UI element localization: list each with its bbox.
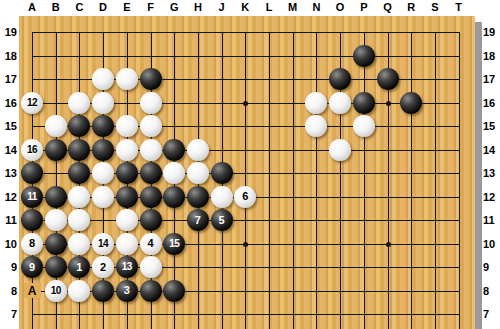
move-number: 4 <box>147 238 153 249</box>
col-label-C: C <box>69 2 89 13</box>
stone-white-C8[interactable] <box>68 280 90 302</box>
row-label-right-19: 19 <box>483 27 500 38</box>
stone-black-J13[interactable] <box>211 162 233 184</box>
stone-black-Q17[interactable] <box>377 68 399 90</box>
row-label-left-7: 7 <box>0 309 17 320</box>
grid-line-col-R <box>411 32 412 329</box>
stone-black-C13[interactable] <box>68 162 90 184</box>
go-kifu-diagram: ABCDEFGHJKLMNOPQRST 19181716151413121110… <box>0 0 500 329</box>
stone-white-D12[interactable] <box>92 186 114 208</box>
stone-white-N15[interactable] <box>305 115 327 137</box>
row-label-left-15: 15 <box>0 121 17 132</box>
grid-line-col-T <box>459 32 460 329</box>
stone-black-P18[interactable] <box>353 45 375 67</box>
stone-white-A16[interactable]: 12 <box>21 92 43 114</box>
move-number: 16 <box>27 145 37 155</box>
grid-line-row-7 <box>32 314 460 315</box>
stone-white-D16[interactable] <box>92 92 114 114</box>
col-label-P: P <box>354 2 374 13</box>
stone-black-E9[interactable]: 13 <box>116 256 138 278</box>
row-label-left-10: 10 <box>0 239 17 250</box>
col-label-D: D <box>93 2 113 13</box>
grid-line-col-L <box>269 32 270 329</box>
stone-black-C15[interactable] <box>68 115 90 137</box>
stone-black-C9[interactable]: 1 <box>68 256 90 278</box>
stone-black-G12[interactable] <box>163 186 185 208</box>
stone-white-E11[interactable] <box>116 209 138 231</box>
move-number: 7 <box>195 215 201 226</box>
stone-white-D13[interactable] <box>92 162 114 184</box>
stone-black-B9[interactable] <box>45 256 67 278</box>
stone-black-G8[interactable] <box>163 280 185 302</box>
row-label-right-14: 14 <box>483 145 500 156</box>
move-number: 3 <box>124 285 130 296</box>
move-number: 9 <box>29 262 35 273</box>
stone-black-A9[interactable]: 9 <box>21 256 43 278</box>
row-label-left-18: 18 <box>0 51 17 62</box>
goban[interactable]: 12161167581441591213103 A <box>19 16 475 329</box>
stone-white-F16[interactable] <box>140 92 162 114</box>
col-label-O: O <box>330 2 350 13</box>
row-label-left-8: 8 <box>0 286 17 297</box>
stone-black-B10[interactable] <box>45 233 67 255</box>
stone-white-A14[interactable]: 16 <box>21 139 43 161</box>
stone-black-O17[interactable] <box>329 68 351 90</box>
col-label-A: A <box>22 2 42 13</box>
grid-line-col-S <box>435 32 436 329</box>
move-number: 5 <box>219 215 225 226</box>
row-label-left-19: 19 <box>0 27 17 38</box>
row-label-left-13: 13 <box>0 168 17 179</box>
stone-black-P16[interactable] <box>353 92 375 114</box>
stone-black-F17[interactable] <box>140 68 162 90</box>
stone-white-H14[interactable] <box>187 139 209 161</box>
stone-white-K12[interactable]: 6 <box>234 186 256 208</box>
row-label-right-10: 10 <box>483 239 500 250</box>
col-label-G: G <box>164 2 184 13</box>
col-label-E: E <box>117 2 137 13</box>
stone-black-H12[interactable] <box>187 186 209 208</box>
stone-black-A12[interactable]: 11 <box>21 186 43 208</box>
stone-white-B11[interactable] <box>45 209 67 231</box>
stone-white-D10[interactable]: 14 <box>92 233 114 255</box>
stone-white-E14[interactable] <box>116 139 138 161</box>
col-label-B: B <box>46 2 66 13</box>
stone-black-B12[interactable] <box>45 186 67 208</box>
board-shadow <box>475 22 482 329</box>
col-label-T: T <box>449 2 469 13</box>
move-number: 11 <box>27 192 37 202</box>
move-number: 15 <box>169 239 179 249</box>
move-number: 14 <box>98 239 108 249</box>
stone-white-O14[interactable] <box>329 139 351 161</box>
grid-line-col-N <box>316 32 317 329</box>
col-label-F: F <box>141 2 161 13</box>
row-label-right-18: 18 <box>483 51 500 62</box>
stone-white-D17[interactable] <box>92 68 114 90</box>
row-label-left-11: 11 <box>0 215 17 226</box>
star-point-K10 <box>243 242 248 247</box>
stone-black-D15[interactable] <box>92 115 114 137</box>
row-label-right-11: 11 <box>483 215 500 226</box>
point-marker-A8: A <box>24 283 41 298</box>
stone-black-G14[interactable] <box>163 139 185 161</box>
stone-black-D8[interactable] <box>92 280 114 302</box>
row-label-left-14: 14 <box>0 145 17 156</box>
grid-line-col-K <box>245 32 246 329</box>
grid-line-row-18 <box>32 56 460 57</box>
stone-white-H13[interactable] <box>187 162 209 184</box>
stone-white-B8[interactable]: 10 <box>45 280 67 302</box>
col-label-H: H <box>188 2 208 13</box>
col-label-R: R <box>401 2 421 13</box>
row-label-right-9: 9 <box>483 262 500 273</box>
stone-white-F10[interactable]: 4 <box>140 233 162 255</box>
row-label-right-15: 15 <box>483 121 500 132</box>
grid-line-row-19 <box>32 32 460 33</box>
move-number: 2 <box>100 262 106 273</box>
row-label-right-13: 13 <box>483 168 500 179</box>
stone-black-R16[interactable] <box>400 92 422 114</box>
move-number: 8 <box>29 238 35 249</box>
stone-black-F11[interactable] <box>140 209 162 231</box>
stone-white-F14[interactable] <box>140 139 162 161</box>
stone-white-O16[interactable] <box>329 92 351 114</box>
move-number: 10 <box>51 286 61 296</box>
move-number: 1 <box>76 262 82 273</box>
stone-white-B15[interactable] <box>45 115 67 137</box>
stone-black-E8[interactable]: 3 <box>116 280 138 302</box>
col-label-L: L <box>259 2 279 13</box>
stone-black-E13[interactable] <box>116 162 138 184</box>
move-number: 13 <box>122 262 132 272</box>
stone-white-F9[interactable] <box>140 256 162 278</box>
stone-white-D9[interactable]: 2 <box>92 256 114 278</box>
grid-line-row-11 <box>32 220 460 221</box>
row-label-left-9: 9 <box>0 262 17 273</box>
stone-white-C10[interactable] <box>68 233 90 255</box>
row-label-right-7: 7 <box>483 309 500 320</box>
stone-white-A10[interactable]: 8 <box>21 233 43 255</box>
row-label-right-12: 12 <box>483 192 500 203</box>
stone-white-J12[interactable] <box>211 186 233 208</box>
stone-white-C12[interactable] <box>68 186 90 208</box>
star-point-Q10 <box>386 242 391 247</box>
col-label-S: S <box>425 2 445 13</box>
stone-black-H11[interactable]: 7 <box>187 209 209 231</box>
row-label-right-16: 16 <box>483 98 500 109</box>
col-label-Q: Q <box>378 2 398 13</box>
stone-black-F8[interactable] <box>140 280 162 302</box>
stone-black-G10[interactable]: 15 <box>163 233 185 255</box>
stone-white-E10[interactable] <box>116 233 138 255</box>
row-label-left-12: 12 <box>0 192 17 203</box>
grid-line-col-M <box>293 32 294 329</box>
row-label-right-17: 17 <box>483 74 500 85</box>
stone-white-E15[interactable] <box>116 115 138 137</box>
grid-line-col-P <box>364 32 365 329</box>
col-label-K: K <box>235 2 255 13</box>
stone-white-G13[interactable] <box>163 162 185 184</box>
row-label-left-16: 16 <box>0 98 17 109</box>
stone-black-E12[interactable] <box>116 186 138 208</box>
stone-black-A11[interactable] <box>21 209 43 231</box>
col-label-N: N <box>306 2 326 13</box>
star-point-Q16 <box>386 101 391 106</box>
stone-white-F15[interactable] <box>140 115 162 137</box>
stone-white-N16[interactable] <box>305 92 327 114</box>
stone-white-C11[interactable] <box>68 209 90 231</box>
stone-black-B14[interactable] <box>45 139 67 161</box>
stone-white-E17[interactable] <box>116 68 138 90</box>
stone-white-C16[interactable] <box>68 92 90 114</box>
stone-white-P15[interactable] <box>353 115 375 137</box>
stone-black-J11[interactable]: 5 <box>211 209 233 231</box>
stone-black-D14[interactable] <box>92 139 114 161</box>
col-label-M: M <box>283 2 303 13</box>
move-number: 6 <box>242 191 248 202</box>
stone-black-A13[interactable] <box>21 162 43 184</box>
star-point-K16 <box>243 101 248 106</box>
row-label-left-17: 17 <box>0 74 17 85</box>
stone-black-C14[interactable] <box>68 139 90 161</box>
row-label-right-8: 8 <box>483 286 500 297</box>
stone-black-F12[interactable] <box>140 186 162 208</box>
stone-black-F13[interactable] <box>140 162 162 184</box>
col-label-J: J <box>212 2 232 13</box>
move-number: 12 <box>27 98 37 108</box>
